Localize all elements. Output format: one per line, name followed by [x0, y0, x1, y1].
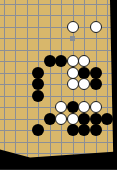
- edge-shadow-shapes: [0, 0, 117, 169]
- right-border-band: [110, 0, 117, 169]
- go-app-screenshot: [0, 0, 117, 169]
- board-edge-shadow: [0, 0, 117, 169]
- bottom-border-band: [0, 150, 117, 170]
